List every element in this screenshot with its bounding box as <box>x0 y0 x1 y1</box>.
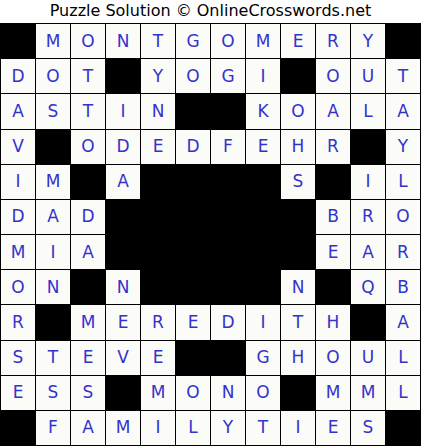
black-cell-r3c7 <box>211 94 245 128</box>
black-cell-r3c6 <box>176 94 210 128</box>
black-cell-r12c12 <box>386 411 420 445</box>
letter-cell-r12c5: I <box>141 411 175 445</box>
letter-cell-r11c11: M <box>351 376 385 410</box>
black-cell-r10c6 <box>176 341 210 375</box>
letter-cell-r4c10: R <box>316 130 350 164</box>
letter-cell-r7c3: A <box>71 235 105 269</box>
letter-cell-r4c12: Y <box>386 130 420 164</box>
letter-cell-r1c5: T <box>141 24 175 58</box>
letter-cell-r12c3: A <box>71 411 105 445</box>
black-cell-r7c7 <box>211 235 245 269</box>
letter-cell-r1c6: G <box>176 24 210 58</box>
letter-cell-r4c4: D <box>106 130 140 164</box>
letter-cell-r4c1: V <box>1 130 35 164</box>
letter-cell-r11c10: M <box>316 376 350 410</box>
letter-cell-r10c2: T <box>36 341 70 375</box>
letter-cell-r10c8: G <box>246 341 280 375</box>
letter-cell-r2c6: O <box>176 59 210 93</box>
letter-cell-r11c2: S <box>36 376 70 410</box>
letter-cell-r9c1: R <box>1 305 35 339</box>
letter-cell-r3c1: A <box>1 94 35 128</box>
letter-cell-r9c7: D <box>211 305 245 339</box>
crossword-grid: MONTGOMERYDOTYOGIOUTASTINKOALAVODEDFEHRY… <box>0 23 421 446</box>
letter-cell-r5c2: M <box>36 165 70 199</box>
black-cell-r2c9 <box>281 59 315 93</box>
letter-cell-r5c12: L <box>386 165 420 199</box>
black-cell-r7c6 <box>176 235 210 269</box>
letter-cell-r1c9: E <box>281 24 315 58</box>
letter-cell-r11c1: E <box>1 376 35 410</box>
letter-cell-r10c11: U <box>351 341 385 375</box>
letter-cell-r3c3: T <box>71 94 105 128</box>
black-cell-r12c1 <box>1 411 35 445</box>
letter-cell-r2c3: T <box>71 59 105 93</box>
letter-cell-r11c5: M <box>141 376 175 410</box>
letter-cell-r7c2: I <box>36 235 70 269</box>
letter-cell-r12c7: Y <box>211 411 245 445</box>
letter-cell-r2c2: O <box>36 59 70 93</box>
letter-cell-r11c3: S <box>71 376 105 410</box>
letter-cell-r5c9: S <box>281 165 315 199</box>
letter-cell-r12c4: M <box>106 411 140 445</box>
letter-cell-r3c10: A <box>316 94 350 128</box>
letter-cell-r12c8: T <box>246 411 280 445</box>
letter-cell-r3c12: A <box>386 94 420 128</box>
letter-cell-r3c11: L <box>351 94 385 128</box>
letter-cell-r9c6: E <box>176 305 210 339</box>
letter-cell-r8c9: N <box>281 270 315 304</box>
letter-cell-r1c11: Y <box>351 24 385 58</box>
letter-cell-r2c12: T <box>386 59 420 93</box>
letter-cell-r7c1: M <box>1 235 35 269</box>
black-cell-r1c12 <box>386 24 420 58</box>
letter-cell-r2c7: G <box>211 59 245 93</box>
letter-cell-r4c9: H <box>281 130 315 164</box>
black-cell-r8c5 <box>141 270 175 304</box>
letter-cell-r12c6: L <box>176 411 210 445</box>
black-cell-r8c3 <box>71 270 105 304</box>
letter-cell-r9c12: A <box>386 305 420 339</box>
letter-cell-r5c4: A <box>106 165 140 199</box>
letter-cell-r2c8: I <box>246 59 280 93</box>
letter-cell-r8c12: B <box>386 270 420 304</box>
black-cell-r6c7 <box>211 200 245 234</box>
black-cell-r6c9 <box>281 200 315 234</box>
black-cell-r10c7 <box>211 341 245 375</box>
black-cell-r1c1 <box>1 24 35 58</box>
letter-cell-r6c2: A <box>36 200 70 234</box>
letter-cell-r6c10: B <box>316 200 350 234</box>
letter-cell-r8c2: N <box>36 270 70 304</box>
letter-cell-r11c7: N <box>211 376 245 410</box>
black-cell-r6c6 <box>176 200 210 234</box>
letter-cell-r5c11: I <box>351 165 385 199</box>
black-cell-r5c5 <box>141 165 175 199</box>
letter-cell-r2c10: O <box>316 59 350 93</box>
letter-cell-r7c12: R <box>386 235 420 269</box>
letter-cell-r3c2: S <box>36 94 70 128</box>
letter-cell-r6c11: R <box>351 200 385 234</box>
letter-cell-r12c9: I <box>281 411 315 445</box>
black-cell-r6c8 <box>246 200 280 234</box>
letter-cell-r6c1: D <box>1 200 35 234</box>
black-cell-r11c9 <box>281 376 315 410</box>
black-cell-r5c8 <box>246 165 280 199</box>
letter-cell-r12c10: E <box>316 411 350 445</box>
letter-cell-r9c9: T <box>281 305 315 339</box>
page-title: Puzzle Solution © OnlineCrosswords.net <box>0 0 421 23</box>
letter-cell-r8c1: O <box>1 270 35 304</box>
letter-cell-r10c10: O <box>316 341 350 375</box>
letter-cell-r10c12: L <box>386 341 420 375</box>
black-cell-r9c2 <box>36 305 70 339</box>
black-cell-r4c2 <box>36 130 70 164</box>
black-cell-r6c4 <box>106 200 140 234</box>
black-cell-r5c7 <box>211 165 245 199</box>
letter-cell-r11c8: O <box>246 376 280 410</box>
letter-cell-r1c8: M <box>246 24 280 58</box>
letter-cell-r4c5: E <box>141 130 175 164</box>
letter-cell-r10c9: H <box>281 341 315 375</box>
black-cell-r7c5 <box>141 235 175 269</box>
letter-cell-r4c7: F <box>211 130 245 164</box>
letter-cell-r3c5: N <box>141 94 175 128</box>
letter-cell-r3c8: K <box>246 94 280 128</box>
black-cell-r11c4 <box>106 376 140 410</box>
letter-cell-r6c12: O <box>386 200 420 234</box>
letter-cell-r8c4: N <box>106 270 140 304</box>
letter-cell-r7c10: E <box>316 235 350 269</box>
black-cell-r7c4 <box>106 235 140 269</box>
black-cell-r4c11 <box>351 130 385 164</box>
letter-cell-r9c10: H <box>316 305 350 339</box>
letter-cell-r12c11: S <box>351 411 385 445</box>
letter-cell-r8c11: Q <box>351 270 385 304</box>
black-cell-r8c6 <box>176 270 210 304</box>
black-cell-r8c7 <box>211 270 245 304</box>
letter-cell-r10c5: E <box>141 341 175 375</box>
puzzle-solution-page: Puzzle Solution © OnlineCrosswords.net M… <box>0 0 421 446</box>
black-cell-r5c10 <box>316 165 350 199</box>
letter-cell-r12c2: F <box>36 411 70 445</box>
letter-cell-r4c6: D <box>176 130 210 164</box>
letter-cell-r9c8: I <box>246 305 280 339</box>
letter-cell-r2c5: Y <box>141 59 175 93</box>
black-cell-r9c11 <box>351 305 385 339</box>
letter-cell-r10c3: E <box>71 341 105 375</box>
black-cell-r8c8 <box>246 270 280 304</box>
letter-cell-r4c8: E <box>246 130 280 164</box>
letter-cell-r10c1: S <box>1 341 35 375</box>
letter-cell-r9c3: M <box>71 305 105 339</box>
letter-cell-r1c4: N <box>106 24 140 58</box>
letter-cell-r3c9: O <box>281 94 315 128</box>
letter-cell-r1c2: M <box>36 24 70 58</box>
letter-cell-r11c12: L <box>386 376 420 410</box>
letter-cell-r2c1: D <box>1 59 35 93</box>
letter-cell-r3c4: I <box>106 94 140 128</box>
black-cell-r5c6 <box>176 165 210 199</box>
black-cell-r8c10 <box>316 270 350 304</box>
letter-cell-r1c3: O <box>71 24 105 58</box>
black-cell-r2c4 <box>106 59 140 93</box>
letter-cell-r9c5: R <box>141 305 175 339</box>
black-cell-r5c3 <box>71 165 105 199</box>
letter-cell-r9c4: E <box>106 305 140 339</box>
letter-cell-r5c1: I <box>1 165 35 199</box>
black-cell-r6c5 <box>141 200 175 234</box>
letter-cell-r7c11: A <box>351 235 385 269</box>
letter-cell-r4c3: O <box>71 130 105 164</box>
black-cell-r7c8 <box>246 235 280 269</box>
letter-cell-r1c7: O <box>211 24 245 58</box>
letter-cell-r2c11: U <box>351 59 385 93</box>
black-cell-r7c9 <box>281 235 315 269</box>
letter-cell-r6c3: D <box>71 200 105 234</box>
letter-cell-r11c6: O <box>176 376 210 410</box>
letter-cell-r1c10: R <box>316 24 350 58</box>
letter-cell-r10c4: V <box>106 341 140 375</box>
